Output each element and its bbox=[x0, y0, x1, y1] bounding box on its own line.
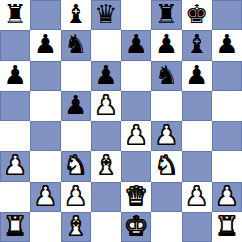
black-pawn-piece[interactable]: ♟ bbox=[185, 62, 208, 88]
black-queen-piece[interactable]: ♛ bbox=[94, 1, 117, 27]
square-c1[interactable]: ♝ bbox=[61, 212, 91, 242]
square-e7[interactable]: ♟ bbox=[121, 30, 151, 60]
square-f7[interactable]: ♟ bbox=[151, 30, 181, 60]
square-b2[interactable]: ♟ bbox=[30, 182, 60, 212]
square-e4[interactable]: ♟ bbox=[121, 121, 151, 151]
black-pawn-piece[interactable]: ♟ bbox=[3, 62, 26, 88]
white-pawn-piece[interactable]: ♟ bbox=[64, 183, 87, 209]
square-h7[interactable]: ♟ bbox=[212, 30, 242, 60]
square-a2[interactable] bbox=[0, 182, 30, 212]
square-d6[interactable]: ♟ bbox=[91, 61, 121, 91]
square-a3[interactable]: ♟ bbox=[0, 151, 30, 181]
square-e5[interactable] bbox=[121, 91, 151, 121]
square-g5[interactable] bbox=[182, 91, 212, 121]
black-pawn-piece[interactable]: ♟ bbox=[94, 62, 117, 88]
square-c7[interactable]: ♞ bbox=[61, 30, 91, 60]
black-rook-piece[interactable]: ♜ bbox=[3, 1, 26, 27]
chess-board: ♜♝♛♜♚♟♞♟♟♝♟♟♟♞♟♟♟♟♟♟♞♝♞♟♟♛♟♟♜♝♚♜ bbox=[0, 0, 242, 242]
square-d8[interactable]: ♛ bbox=[91, 0, 121, 30]
square-f2[interactable] bbox=[151, 182, 181, 212]
square-g2[interactable]: ♟ bbox=[182, 182, 212, 212]
square-g4[interactable] bbox=[182, 121, 212, 151]
square-d1[interactable] bbox=[91, 212, 121, 242]
square-a5[interactable] bbox=[0, 91, 30, 121]
black-pawn-piece[interactable]: ♟ bbox=[34, 31, 57, 57]
square-h8[interactable] bbox=[212, 0, 242, 30]
square-d3[interactable]: ♝ bbox=[91, 151, 121, 181]
black-pawn-piece[interactable]: ♟ bbox=[155, 31, 178, 57]
square-f3[interactable]: ♞ bbox=[151, 151, 181, 181]
square-b8[interactable] bbox=[30, 0, 60, 30]
white-knight-piece[interactable]: ♞ bbox=[155, 152, 178, 178]
square-a1[interactable]: ♜ bbox=[0, 212, 30, 242]
square-c5[interactable]: ♟ bbox=[61, 91, 91, 121]
square-f4[interactable]: ♟ bbox=[151, 121, 181, 151]
square-e3[interactable] bbox=[121, 151, 151, 181]
square-c8[interactable]: ♝ bbox=[61, 0, 91, 30]
square-h4[interactable] bbox=[212, 121, 242, 151]
square-h1[interactable]: ♜ bbox=[212, 212, 242, 242]
white-pawn-piece[interactable]: ♟ bbox=[94, 92, 117, 118]
white-pawn-piece[interactable]: ♟ bbox=[155, 122, 178, 148]
square-g1[interactable] bbox=[182, 212, 212, 242]
square-f8[interactable]: ♜ bbox=[151, 0, 181, 30]
white-knight-piece[interactable]: ♞ bbox=[64, 152, 87, 178]
square-d4[interactable] bbox=[91, 121, 121, 151]
black-rook-piece[interactable]: ♜ bbox=[155, 1, 178, 27]
square-e1[interactable]: ♚ bbox=[121, 212, 151, 242]
white-pawn-piece[interactable]: ♟ bbox=[185, 183, 208, 209]
square-g3[interactable] bbox=[182, 151, 212, 181]
square-a8[interactable]: ♜ bbox=[0, 0, 30, 30]
square-f5[interactable] bbox=[151, 91, 181, 121]
square-e2[interactable]: ♛ bbox=[121, 182, 151, 212]
white-bishop-piece[interactable]: ♝ bbox=[94, 152, 117, 178]
square-a7[interactable] bbox=[0, 30, 30, 60]
white-rook-piece[interactable]: ♜ bbox=[3, 213, 26, 239]
black-pawn-piece[interactable]: ♟ bbox=[64, 92, 87, 118]
white-rook-piece[interactable]: ♜ bbox=[215, 213, 238, 239]
square-d2[interactable] bbox=[91, 182, 121, 212]
square-e6[interactable] bbox=[121, 61, 151, 91]
square-f1[interactable] bbox=[151, 212, 181, 242]
square-g6[interactable]: ♟ bbox=[182, 61, 212, 91]
square-e8[interactable] bbox=[121, 0, 151, 30]
square-c2[interactable]: ♟ bbox=[61, 182, 91, 212]
white-king-piece[interactable]: ♚ bbox=[124, 213, 147, 239]
square-h6[interactable] bbox=[212, 61, 242, 91]
square-f6[interactable]: ♞ bbox=[151, 61, 181, 91]
white-pawn-piece[interactable]: ♟ bbox=[215, 183, 238, 209]
square-a6[interactable]: ♟ bbox=[0, 61, 30, 91]
black-pawn-piece[interactable]: ♟ bbox=[124, 31, 147, 57]
square-h5[interactable] bbox=[212, 91, 242, 121]
white-queen-piece[interactable]: ♛ bbox=[124, 183, 147, 209]
square-c6[interactable] bbox=[61, 61, 91, 91]
square-a4[interactable] bbox=[0, 121, 30, 151]
square-h3[interactable] bbox=[212, 151, 242, 181]
square-d7[interactable] bbox=[91, 30, 121, 60]
square-g7[interactable]: ♝ bbox=[182, 30, 212, 60]
white-bishop-piece[interactable]: ♝ bbox=[64, 213, 87, 239]
white-pawn-piece[interactable]: ♟ bbox=[3, 152, 26, 178]
square-b6[interactable] bbox=[30, 61, 60, 91]
square-d5[interactable]: ♟ bbox=[91, 91, 121, 121]
black-bishop-piece[interactable]: ♝ bbox=[64, 1, 87, 27]
black-knight-piece[interactable]: ♞ bbox=[155, 62, 178, 88]
black-king-piece[interactable]: ♚ bbox=[185, 1, 208, 27]
square-g8[interactable]: ♚ bbox=[182, 0, 212, 30]
square-b1[interactable] bbox=[30, 212, 60, 242]
black-bishop-piece[interactable]: ♝ bbox=[185, 31, 208, 57]
square-b7[interactable]: ♟ bbox=[30, 30, 60, 60]
black-pawn-piece[interactable]: ♟ bbox=[215, 31, 238, 57]
black-knight-piece[interactable]: ♞ bbox=[64, 31, 87, 57]
square-c4[interactable] bbox=[61, 121, 91, 151]
square-b5[interactable] bbox=[30, 91, 60, 121]
square-b3[interactable] bbox=[30, 151, 60, 181]
square-c3[interactable]: ♞ bbox=[61, 151, 91, 181]
square-b4[interactable] bbox=[30, 121, 60, 151]
square-h2[interactable]: ♟ bbox=[212, 182, 242, 212]
white-pawn-piece[interactable]: ♟ bbox=[124, 122, 147, 148]
white-pawn-piece[interactable]: ♟ bbox=[34, 183, 57, 209]
